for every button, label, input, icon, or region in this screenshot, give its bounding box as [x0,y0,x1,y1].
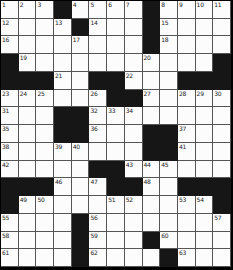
grid-cell[interactable] [107,249,125,267]
clue-number: 47 [90,178,97,185]
grid-cell[interactable] [143,214,161,232]
clue-number: 19 [20,54,27,61]
grid-cell[interactable] [213,143,231,161]
grid-cell[interactable]: 43 [125,161,143,179]
grid-cell[interactable]: 24 [19,90,37,108]
black-cell [160,125,178,143]
clue-number: 4 [73,1,77,8]
grid-cell[interactable] [54,232,72,250]
black-cell [143,125,161,143]
grid-cell[interactable] [143,107,161,125]
black-cell [1,178,19,196]
grid-cell[interactable] [19,249,37,267]
grid-cell[interactable]: 51 [107,196,125,214]
clue-number: 18 [161,36,168,43]
clue-number: 28 [179,90,186,97]
grid-cell[interactable]: 15 [160,19,178,37]
grid-cell[interactable] [213,249,231,267]
black-cell [107,178,125,196]
grid-cell[interactable] [196,143,214,161]
grid-cell[interactable] [36,36,54,54]
clue-number: 60 [161,232,168,239]
black-cell [19,72,37,90]
grid-cell[interactable]: 46 [54,178,72,196]
grid-cell[interactable] [160,54,178,72]
grid-cell[interactable] [178,214,196,232]
grid-cell[interactable]: 13 [54,19,72,37]
clue-number: 26 [90,90,97,97]
black-cell [54,107,72,125]
clue-number: 12 [2,19,9,26]
black-cell [178,72,196,90]
black-cell [1,72,19,90]
grid-cell[interactable] [125,232,143,250]
grid-cell[interactable]: 54 [196,196,214,214]
grid-cell[interactable] [143,249,161,267]
grid-cell[interactable] [54,214,72,232]
black-cell [72,249,90,267]
grid-cell[interactable] [107,214,125,232]
grid-cell[interactable]: 32 [89,107,107,125]
clue-number: 6 [108,1,112,8]
grid-cell[interactable]: 59 [89,232,107,250]
grid-cell[interactable] [160,178,178,196]
clue-number: 32 [90,107,97,114]
clue-number: 27 [144,90,151,97]
grid-cell[interactable]: 3 [36,1,54,19]
grid-cell[interactable]: 8 [160,1,178,19]
grid-cell[interactable] [19,161,37,179]
clue-number: 50 [37,196,44,203]
grid-cell[interactable]: 39 [54,143,72,161]
grid-cell[interactable] [196,36,214,54]
grid-cell[interactable] [72,196,90,214]
grid-cell[interactable] [196,232,214,250]
black-cell [213,54,231,72]
grid-cell[interactable] [178,54,196,72]
grid-cell[interactable] [213,19,231,37]
clue-number: 21 [55,72,62,79]
grid-cell[interactable] [36,125,54,143]
clue-number: 48 [144,178,151,185]
grid-cell[interactable] [213,232,231,250]
grid-cell[interactable]: 33 [107,107,125,125]
clue-number: 9 [179,1,183,8]
black-cell [89,161,107,179]
grid-cell[interactable]: 22 [125,72,143,90]
grid-cell[interactable]: 52 [125,196,143,214]
grid-cell[interactable] [213,161,231,179]
black-cell [125,90,143,108]
clue-number: 59 [90,232,97,239]
grid-cell[interactable] [213,125,231,143]
grid-cell[interactable] [196,125,214,143]
clue-number: 55 [2,214,9,221]
grid-cell[interactable] [160,196,178,214]
grid-cell[interactable] [54,161,72,179]
grid-cell[interactable] [160,72,178,90]
clue-number: 44 [144,161,151,168]
grid-cell[interactable] [36,249,54,267]
grid-cell[interactable]: 41 [178,143,196,161]
clue-number: 15 [161,19,168,26]
black-cell [19,178,37,196]
grid-cell[interactable] [125,19,143,37]
clue-number: 11 [214,1,221,8]
clue-number: 42 [2,161,9,168]
grid-cell[interactable] [107,143,125,161]
grid-cell[interactable]: 28 [178,90,196,108]
clue-number: 22 [126,72,133,79]
grid-cell[interactable] [19,107,37,125]
grid-cell[interactable] [196,107,214,125]
clue-number: 37 [179,125,186,132]
clue-number: 39 [55,143,62,150]
clue-number: 20 [144,54,151,61]
clue-number: 62 [90,249,97,256]
grid-cell[interactable] [19,232,37,250]
grid-cell[interactable]: 17 [72,36,90,54]
grid-cell[interactable]: 60 [160,232,178,250]
black-cell [160,143,178,161]
grid-cell[interactable]: 11 [213,1,231,19]
clue-number: 31 [2,107,9,114]
clue-number: 7 [126,1,130,8]
grid-cell[interactable]: 9 [178,1,196,19]
grid-cell[interactable] [160,214,178,232]
grid-cell[interactable]: 27 [143,90,161,108]
grid-cell[interactable] [178,232,196,250]
grid-cell[interactable] [72,72,90,90]
black-cell [107,161,125,179]
grid-cell[interactable] [36,161,54,179]
grid-cell[interactable]: 20 [143,54,161,72]
clue-number: 24 [20,90,27,97]
clue-number: 8 [161,1,165,8]
clue-number: 54 [197,196,204,203]
grid-cell[interactable] [213,107,231,125]
grid-cell[interactable] [178,19,196,37]
grid-cell[interactable]: 1 [1,1,19,19]
clue-number: 63 [179,249,186,256]
grid-cell[interactable] [36,143,54,161]
grid-cell[interactable]: 4 [72,1,90,19]
grid-cell[interactable]: 38 [1,143,19,161]
grid-cell[interactable] [107,125,125,143]
grid-cell[interactable] [72,54,90,72]
black-cell [196,72,214,90]
clue-number: 57 [214,214,221,221]
grid-cell[interactable]: 36 [89,125,107,143]
grid-cell[interactable] [196,249,214,267]
grid-cell[interactable]: 12 [1,19,19,37]
clue-number: 43 [126,161,133,168]
grid-cell[interactable] [143,72,161,90]
black-cell [213,72,231,90]
grid-cell[interactable]: 19 [19,54,37,72]
grid-cell[interactable] [54,36,72,54]
black-cell [213,178,231,196]
clue-number: 33 [108,107,115,114]
grid-cell[interactable]: 62 [89,249,107,267]
black-cell [72,232,90,250]
clue-number: 25 [37,90,44,97]
black-cell [72,107,90,125]
grid-cell[interactable] [36,214,54,232]
grid-cell[interactable] [160,90,178,108]
black-cell [143,232,161,250]
grid-cell[interactable] [196,19,214,37]
grid-cell[interactable]: 26 [89,90,107,108]
grid-cell[interactable]: 2 [19,1,37,19]
clue-number: 5 [90,1,94,8]
grid-cell[interactable] [107,19,125,37]
grid-cell[interactable] [19,125,37,143]
clue-number: 46 [55,178,62,185]
clue-number: 40 [73,143,80,150]
clue-number: 1 [2,1,6,8]
grid-cell[interactable] [178,161,196,179]
black-cell [89,72,107,90]
grid-cell[interactable]: 30 [213,90,231,108]
grid-cell[interactable]: 14 [89,19,107,37]
grid-cell[interactable] [89,36,107,54]
grid-cell[interactable]: 53 [178,196,196,214]
grid-cell[interactable]: 25 [36,90,54,108]
grid-cell[interactable] [54,54,72,72]
grid-cell[interactable]: 23 [1,90,19,108]
black-cell [54,1,72,19]
grid-cell[interactable]: 63 [178,249,196,267]
grid-cell[interactable] [19,143,37,161]
grid-cell[interactable]: 47 [89,178,107,196]
grid-cell[interactable] [107,232,125,250]
black-cell [143,143,161,161]
grid-cell[interactable] [160,107,178,125]
clue-number: 45 [161,161,168,168]
clue-number: 14 [90,19,97,26]
grid-cell[interactable] [36,232,54,250]
clue-number: 34 [126,107,133,114]
grid-cell[interactable] [19,36,37,54]
grid-cell[interactable] [72,161,90,179]
clue-number: 30 [214,90,221,97]
grid-cell[interactable]: 18 [160,36,178,54]
grid-cell[interactable]: 50 [36,196,54,214]
black-cell [1,196,19,214]
crossword-grid: 1234567891011121314151617181920212223242… [0,0,233,270]
black-cell [143,1,161,19]
grid-cell[interactable]: 7 [125,1,143,19]
clue-number: 3 [37,1,41,8]
black-cell [143,36,161,54]
grid-cell[interactable] [178,107,196,125]
clue-number: 61 [2,249,9,256]
grid-cell[interactable]: 31 [1,107,19,125]
black-cell [160,249,178,267]
grid-cell[interactable] [36,107,54,125]
grid-cell[interactable] [54,196,72,214]
grid-cell[interactable]: 61 [1,249,19,267]
grid-cell[interactable] [72,178,90,196]
grid-cell[interactable] [36,19,54,37]
grid-cell[interactable] [196,161,214,179]
clue-number: 56 [90,214,97,221]
grid-cell[interactable] [89,54,107,72]
clue-number: 35 [2,125,9,132]
clue-number: 23 [2,90,9,97]
black-cell [178,178,196,196]
grid-cell[interactable]: 6 [107,1,125,19]
clue-number: 53 [179,196,186,203]
grid-cell[interactable] [54,249,72,267]
grid-cell[interactable] [125,214,143,232]
grid-cell[interactable] [196,214,214,232]
clue-number: 51 [108,196,115,203]
grid-cell[interactable]: 58 [1,232,19,250]
grid-cell[interactable]: 34 [125,107,143,125]
clue-number: 52 [126,196,133,203]
grid-cell[interactable]: 29 [196,90,214,108]
clue-number: 2 [20,1,24,8]
grid-cell[interactable] [125,125,143,143]
grid-cell[interactable] [213,36,231,54]
grid-cell[interactable]: 42 [1,161,19,179]
grid-cell[interactable]: 5 [89,1,107,19]
grid-cell[interactable]: 56 [89,214,107,232]
grid-cell[interactable]: 57 [213,214,231,232]
grid-cell[interactable] [125,249,143,267]
grid-cell[interactable] [72,90,90,108]
black-cell [36,72,54,90]
grid-cell[interactable] [125,54,143,72]
grid-cell[interactable] [89,196,107,214]
black-cell [54,125,72,143]
grid-cell[interactable] [143,196,161,214]
grid-cell[interactable]: 45 [160,161,178,179]
black-cell [196,178,214,196]
black-cell [1,54,19,72]
grid-cell[interactable] [178,36,196,54]
grid-cell[interactable] [89,143,107,161]
grid-cell[interactable]: 21 [54,72,72,90]
grid-cell[interactable]: 35 [1,125,19,143]
grid-cell[interactable]: 48 [143,178,161,196]
grid-cell[interactable] [36,54,54,72]
clue-number: 41 [179,143,186,150]
black-cell [72,19,90,37]
grid-cell[interactable] [196,54,214,72]
black-cell [72,125,90,143]
crossword-page: 1234567891011121314151617181920212223242… [0,0,233,270]
black-cell [36,178,54,196]
grid-cell[interactable]: 49 [19,196,37,214]
grid-cell[interactable]: 37 [178,125,196,143]
black-cell [125,178,143,196]
grid-cell[interactable] [125,36,143,54]
grid-cell[interactable]: 55 [1,214,19,232]
clue-number: 10 [197,1,204,8]
grid-cell[interactable]: 16 [1,36,19,54]
grid-cell[interactable] [19,214,37,232]
grid-cell[interactable] [107,36,125,54]
clue-number: 36 [90,125,97,132]
clue-number: 38 [2,143,9,150]
clue-number: 16 [2,36,9,43]
clue-number: 13 [55,19,62,26]
grid-cell[interactable]: 10 [196,1,214,19]
grid-cell[interactable] [19,19,37,37]
black-cell [213,196,231,214]
clue-number: 49 [20,196,27,203]
grid-cell[interactable] [107,54,125,72]
black-cell [143,19,161,37]
black-cell [107,72,125,90]
grid-cell[interactable]: 44 [143,161,161,179]
grid-cell[interactable] [54,90,72,108]
grid-cell[interactable]: 40 [72,143,90,161]
black-cell [107,90,125,108]
black-cell [72,214,90,232]
clue-number: 58 [2,232,9,239]
clue-number: 29 [197,90,204,97]
clue-number: 17 [73,36,80,43]
grid-cell[interactable] [125,143,143,161]
